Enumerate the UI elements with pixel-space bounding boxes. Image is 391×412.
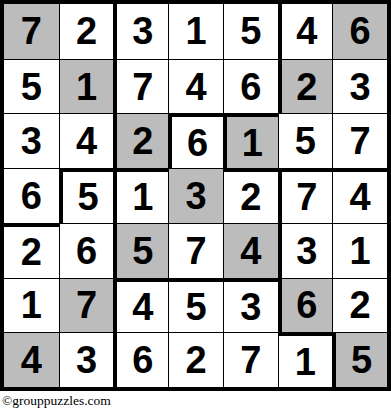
- cell-r4c4: 3: [168, 168, 223, 223]
- cell-r5c4: 7: [168, 223, 223, 278]
- cell-r2c5: 6: [223, 59, 278, 114]
- cell-r4c5: 2: [223, 168, 278, 223]
- cell-r1c2: 2: [59, 4, 114, 59]
- cell-r2c3: 7: [113, 59, 168, 114]
- cell-r4c2: 5: [59, 168, 114, 223]
- cell-r1c4: 1: [168, 4, 223, 59]
- cell-r1c5: 5: [223, 4, 278, 59]
- cell-r5c5: 4: [223, 223, 278, 278]
- cell-r7c2: 3: [59, 332, 114, 387]
- cell-r4c3: 1: [113, 168, 168, 223]
- cell-r7c1: 4: [4, 332, 59, 387]
- cell-r2c2: 1: [59, 59, 114, 114]
- cell-r1c1: 7: [4, 4, 59, 59]
- cell-r3c1: 3: [4, 113, 59, 168]
- cell-r1c7: 6: [332, 4, 387, 59]
- cell-r7c3: 6: [113, 332, 168, 387]
- cell-r2c1: 5: [4, 59, 59, 114]
- cell-r6c4: 5: [168, 278, 223, 333]
- cell-r2c4: 4: [168, 59, 223, 114]
- cell-r1c6: 4: [278, 4, 333, 59]
- cell-r4c1: 6: [4, 168, 59, 223]
- cell-r5c1: 2: [4, 223, 59, 278]
- cell-r6c6: 6: [278, 278, 333, 333]
- cell-r3c7: 7: [332, 113, 387, 168]
- cell-r7c4: 2: [168, 332, 223, 387]
- cell-r6c1: 1: [4, 278, 59, 333]
- cell-r5c7: 1: [332, 223, 387, 278]
- cell-r7c7: 5: [332, 332, 387, 387]
- cell-r5c6: 3: [278, 223, 333, 278]
- cell-r6c2: 7: [59, 278, 114, 333]
- cell-r5c2: 6: [59, 223, 114, 278]
- cell-r3c4: 6: [168, 113, 223, 168]
- puzzle-board: 7231546517462334261576513274265743117453…: [0, 0, 391, 391]
- cell-r7c6: 1: [278, 332, 333, 387]
- cell-r6c5: 3: [223, 278, 278, 333]
- cell-r4c6: 7: [278, 168, 333, 223]
- cell-r1c3: 3: [113, 4, 168, 59]
- cell-r2c7: 3: [332, 59, 387, 114]
- copyright-credit: ©grouppuzzles.com: [2, 393, 389, 411]
- cell-r2c6: 2: [278, 59, 333, 114]
- cell-r6c3: 4: [113, 278, 168, 333]
- cell-r3c6: 5: [278, 113, 333, 168]
- cell-r4c7: 4: [332, 168, 387, 223]
- cell-r5c3: 5: [113, 223, 168, 278]
- cell-r7c5: 7: [223, 332, 278, 387]
- cell-r3c3: 2: [113, 113, 168, 168]
- cell-r3c2: 4: [59, 113, 114, 168]
- sudoku7-diagram: 7231546517462334261576513274265743117453…: [0, 0, 391, 412]
- cell-r6c7: 2: [332, 278, 387, 333]
- cell-r3c5: 1: [223, 113, 278, 168]
